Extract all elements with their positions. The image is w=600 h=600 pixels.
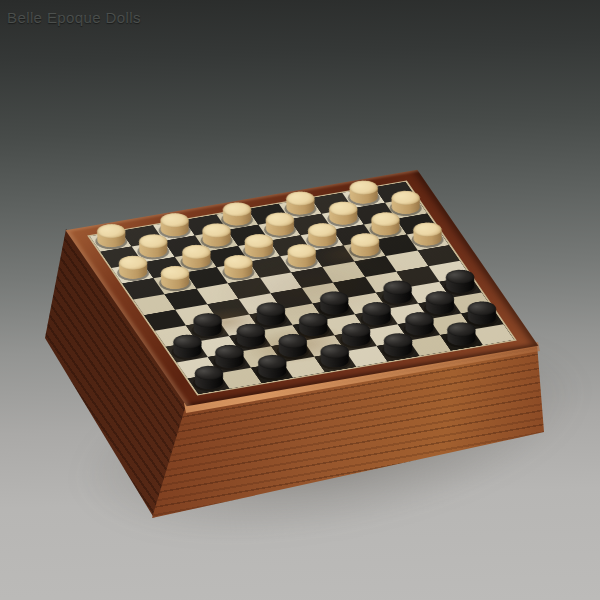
piece-white (410, 231, 446, 249)
product-photo: Belle Epoque Dolls (0, 0, 600, 600)
watermark: Belle Epoque Dolls (7, 9, 141, 26)
